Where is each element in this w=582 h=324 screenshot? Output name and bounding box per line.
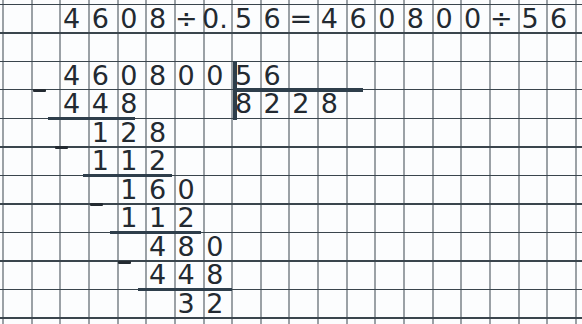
grid-digit-r1-c18: ÷: [490, 4, 519, 33]
grid-digit-r9-c7: 8: [174, 232, 203, 261]
grid-digit-r1-c10: 6: [260, 4, 289, 33]
subtract-underline-3: [110, 231, 201, 235]
grid-digit-r1-c20: 6: [547, 4, 576, 33]
grid-digit-r1-c11: =: [289, 4, 318, 33]
grid-digit-r4-c5: 8: [117, 90, 146, 119]
grid-digit-r1-c5: 0: [117, 4, 146, 33]
grid-digit-r11-c7: 3: [174, 289, 203, 318]
grid-digit-r4-c10: 2: [260, 90, 289, 119]
grid-digit-r4-c3: 4: [60, 90, 89, 119]
grid-lines: [0, 0, 582, 324]
grid-digit-r3-c8: 0: [203, 61, 232, 90]
grid-digit-r11-c8: 2: [203, 289, 232, 318]
grid-digit-r3-c7: 0: [174, 61, 203, 90]
grid-digit-r6-c4: 1: [88, 147, 117, 176]
grid-digit-r10-c7: 4: [174, 261, 203, 290]
grid-digit-r1-c15: 8: [404, 4, 433, 33]
grid-digit-r9-c8: 0: [203, 232, 232, 261]
graph-paper-worksheet: 4608÷0.56=460800÷56460800564488228128112…: [0, 0, 582, 324]
divisor-quotient-underline: [233, 88, 363, 92]
grid-digit-r4-c11: 2: [289, 90, 318, 119]
grid-digit-r1-c8: 0.: [203, 4, 232, 33]
grid-digit-r1-c12: 4: [318, 4, 347, 33]
grid-digit-r5-c6: 8: [146, 118, 175, 147]
grid-digit-r5-c5: 2: [117, 118, 146, 147]
grid-digit-r1-c3: 4: [60, 4, 89, 33]
grid-digit-r3-c6: 8: [146, 61, 175, 90]
grid-digit-r6-c6: 2: [146, 147, 175, 176]
grid-digit-r3-c4: 6: [88, 61, 117, 90]
grid-digit-r1-c14: 0: [375, 4, 404, 33]
minus-sign-1: [33, 89, 46, 92]
grid-digit-r1-c17: 0: [461, 4, 490, 33]
grid-digit-r8-c5: 1: [117, 204, 146, 233]
grid-digit-r9-c6: 4: [146, 232, 175, 261]
grid-digit-r4-c4: 4: [88, 90, 117, 119]
grid-digit-r7-c6: 6: [146, 175, 175, 204]
minus-sign-3: [90, 203, 103, 206]
grid-digit-r7-c5: 1: [117, 175, 146, 204]
grid-digit-r1-c6: 8: [146, 4, 175, 33]
subtract-underline-2: [83, 174, 172, 178]
grid-digit-r3-c5: 0: [117, 61, 146, 90]
grid-digit-r6-c5: 1: [117, 147, 146, 176]
minus-sign-4: [118, 261, 131, 264]
grid-digit-r3-c10: 6: [260, 61, 289, 90]
grid-digit-r8-c7: 2: [174, 204, 203, 233]
grid-digit-r10-c8: 8: [203, 261, 232, 290]
grid-digit-r3-c3: 4: [60, 61, 89, 90]
grid-digit-r5-c4: 1: [88, 118, 117, 147]
grid-digit-r1-c13: 6: [346, 4, 375, 33]
grid-digit-r10-c6: 4: [146, 261, 175, 290]
grid-digit-r1-c7: ÷: [174, 4, 203, 33]
subtract-underline-4: [138, 288, 232, 292]
subtract-underline-1: [48, 117, 135, 121]
grid-digit-r1-c16: 0: [432, 4, 461, 33]
grid-digit-r1-c9: 5: [232, 4, 261, 33]
grid-digit-r4-c12: 8: [318, 90, 347, 119]
grid-digit-r1-c19: 5: [518, 4, 547, 33]
grid-digit-r8-c6: 1: [146, 204, 175, 233]
grid-digit-r7-c7: 0: [174, 175, 203, 204]
grid-digit-r1-c4: 6: [88, 4, 117, 33]
minus-sign-2: [55, 146, 68, 149]
